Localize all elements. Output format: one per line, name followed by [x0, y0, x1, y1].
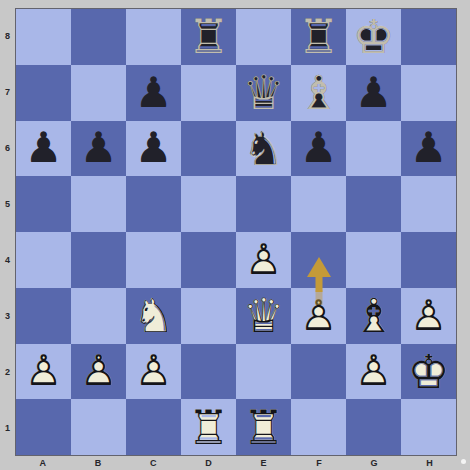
black-pawn-c6[interactable]: ♟: [126, 121, 181, 177]
square-c3[interactable]: ♞♘: [126, 288, 181, 344]
piece-glyph: ♟: [291, 288, 346, 344]
square-f6[interactable]: ♟: [291, 121, 346, 177]
square-e2[interactable]: [236, 344, 291, 400]
square-g5[interactable]: [346, 176, 401, 232]
square-e1[interactable]: ♜♖: [236, 399, 291, 455]
square-e8[interactable]: [236, 9, 291, 65]
piece-glyph: ♟: [71, 344, 126, 400]
rank-label-3: 3: [0, 288, 15, 344]
piece-detail-glyph: ♕: [236, 288, 291, 344]
file-label-g: G: [347, 456, 402, 470]
white-rook-d1[interactable]: ♜♖: [181, 399, 236, 455]
square-c6[interactable]: ♟: [126, 121, 181, 177]
square-g7[interactable]: ♟: [346, 65, 401, 121]
white-pawn-e4[interactable]: ♟♙: [236, 232, 291, 288]
rank-label-2: 2: [0, 344, 15, 400]
square-a1[interactable]: [16, 399, 71, 455]
piece-glyph: ♟: [236, 232, 291, 288]
square-b2[interactable]: ♟♙: [71, 344, 126, 400]
piece-detail-glyph: ♖: [181, 9, 236, 65]
file-label-d: D: [181, 456, 236, 470]
piece-glyph: ♟: [346, 65, 401, 121]
piece-glyph: ♟: [16, 344, 71, 400]
square-d7[interactable]: [181, 65, 236, 121]
square-d4[interactable]: [181, 232, 236, 288]
square-e3[interactable]: ♛♕: [236, 288, 291, 344]
piece-glyph: ♟: [126, 344, 181, 400]
rank-labels: 87654321: [0, 8, 15, 456]
square-g3[interactable]: ♝♗: [346, 288, 401, 344]
square-a4[interactable]: [16, 232, 71, 288]
square-e5[interactable]: [236, 176, 291, 232]
square-f5[interactable]: [291, 176, 346, 232]
black-pawn-a6[interactable]: ♟: [16, 121, 71, 177]
square-c8[interactable]: [126, 9, 181, 65]
white-queen-e3[interactable]: ♛♕: [236, 288, 291, 344]
square-d5[interactable]: [181, 176, 236, 232]
piece-detail-glyph: ♙: [236, 232, 291, 288]
square-a8[interactable]: [16, 9, 71, 65]
square-b3[interactable]: [71, 288, 126, 344]
piece-detail-glyph: ♙: [16, 344, 71, 400]
square-h7[interactable]: [401, 65, 456, 121]
piece-detail-glyph: ♙: [126, 344, 181, 400]
square-e7[interactable]: ♛♕: [236, 65, 291, 121]
piece-glyph: ♞: [236, 121, 291, 177]
square-e6[interactable]: ♞♘: [236, 121, 291, 177]
white-pawn-h3[interactable]: ♟♙: [401, 288, 456, 344]
square-h4[interactable]: [401, 232, 456, 288]
black-bishop-f7[interactable]: ♝♗: [291, 65, 346, 121]
white-pawn-g2[interactable]: ♟♙: [346, 344, 401, 400]
white-pawn-c2[interactable]: ♟♙: [126, 344, 181, 400]
rank-label-7: 7: [0, 64, 15, 120]
black-pawn-h6[interactable]: ♟: [401, 121, 456, 177]
square-f3[interactable]: ♟♙: [291, 288, 346, 344]
piece-detail-glyph: ♖: [291, 9, 346, 65]
square-c7[interactable]: ♟: [126, 65, 181, 121]
square-c1[interactable]: [126, 399, 181, 455]
piece-detail-glyph: ♘: [126, 288, 181, 344]
piece-glyph: ♛: [236, 65, 291, 121]
square-a3[interactable]: [16, 288, 71, 344]
square-a5[interactable]: [16, 176, 71, 232]
square-d3[interactable]: [181, 288, 236, 344]
piece-detail-glyph: ♖: [181, 399, 236, 455]
piece-detail-glyph: ♘: [236, 121, 291, 177]
black-pawn-c7[interactable]: ♟: [126, 65, 181, 121]
square-h8[interactable]: [401, 9, 456, 65]
square-b7[interactable]: [71, 65, 126, 121]
piece-glyph: ♟: [401, 121, 456, 177]
square-g8[interactable]: ♚♔: [346, 9, 401, 65]
black-knight-e6[interactable]: ♞♘: [236, 121, 291, 177]
file-label-a: A: [15, 456, 70, 470]
black-pawn-g7[interactable]: ♟: [346, 65, 401, 121]
square-c2[interactable]: ♟♙: [126, 344, 181, 400]
piece-glyph: ♝: [291, 65, 346, 121]
white-knight-c3[interactable]: ♞♘: [126, 288, 181, 344]
chess-board[interactable]: ♜♖♜♖♚♔♟♛♕♝♗♟♟♟♟♞♘♟♟♟♙♞♘♛♕♟♙♝♗♟♙♟♙♟♙♟♙♟♙♚…: [15, 8, 457, 456]
square-f1[interactable]: [291, 399, 346, 455]
rank-label-5: 5: [0, 176, 15, 232]
piece-detail-glyph: ♙: [346, 344, 401, 400]
corner-dot: [461, 459, 466, 464]
piece-glyph: ♛: [236, 288, 291, 344]
rank-label-8: 8: [0, 8, 15, 64]
piece-detail-glyph: ♔: [346, 9, 401, 65]
rank-label-6: 6: [0, 120, 15, 176]
piece-glyph: ♜: [291, 9, 346, 65]
piece-glyph: ♟: [16, 121, 71, 177]
piece-detail-glyph: ♙: [291, 288, 346, 344]
white-bishop-g3[interactable]: ♝♗: [346, 288, 401, 344]
piece-glyph: ♟: [71, 121, 126, 177]
black-king-g8[interactable]: ♚♔: [346, 9, 401, 65]
piece-glyph: ♜: [181, 399, 236, 455]
square-c4[interactable]: [126, 232, 181, 288]
square-g6[interactable]: [346, 121, 401, 177]
square-f4[interactable]: [291, 232, 346, 288]
square-g4[interactable]: [346, 232, 401, 288]
piece-glyph: ♚: [346, 9, 401, 65]
file-label-e: E: [236, 456, 291, 470]
square-a7[interactable]: [16, 65, 71, 121]
square-h1[interactable]: [401, 399, 456, 455]
rank-label-4: 4: [0, 232, 15, 288]
piece-detail-glyph: ♗: [291, 65, 346, 121]
square-f7[interactable]: ♝♗: [291, 65, 346, 121]
white-pawn-a2[interactable]: ♟♙: [16, 344, 71, 400]
piece-glyph: ♟: [126, 65, 181, 121]
piece-detail-glyph: ♖: [236, 399, 291, 455]
square-e4[interactable]: ♟♙: [236, 232, 291, 288]
square-a6[interactable]: ♟: [16, 121, 71, 177]
piece-glyph: ♟: [126, 121, 181, 177]
square-b4[interactable]: [71, 232, 126, 288]
black-rook-d8[interactable]: ♜♖: [181, 9, 236, 65]
white-pawn-b2[interactable]: ♟♙: [71, 344, 126, 400]
piece-detail-glyph: ♔: [401, 344, 456, 400]
white-pawn-f3[interactable]: ♟♙: [291, 288, 346, 344]
square-f2[interactable]: [291, 344, 346, 400]
square-h6[interactable]: ♟: [401, 121, 456, 177]
square-g1[interactable]: [346, 399, 401, 455]
square-h3[interactable]: ♟♙: [401, 288, 456, 344]
black-pawn-f6[interactable]: ♟: [291, 121, 346, 177]
black-queen-e7[interactable]: ♛♕: [236, 65, 291, 121]
file-labels: ABCDEFGH: [15, 456, 457, 470]
square-f8[interactable]: ♜♖: [291, 9, 346, 65]
black-rook-f8[interactable]: ♜♖: [291, 9, 346, 65]
file-label-b: B: [70, 456, 125, 470]
piece-glyph: ♟: [401, 288, 456, 344]
file-label-c: C: [126, 456, 181, 470]
piece-glyph: ♜: [181, 9, 236, 65]
square-d1[interactable]: ♜♖: [181, 399, 236, 455]
piece-detail-glyph: ♙: [401, 288, 456, 344]
square-b6[interactable]: ♟: [71, 121, 126, 177]
file-label-f: F: [291, 456, 346, 470]
square-a2[interactable]: ♟♙: [16, 344, 71, 400]
piece-glyph: ♟: [291, 121, 346, 177]
piece-glyph: ♜: [236, 399, 291, 455]
square-b8[interactable]: [71, 9, 126, 65]
square-b1[interactable]: [71, 399, 126, 455]
square-c5[interactable]: [126, 176, 181, 232]
piece-detail-glyph: ♙: [71, 344, 126, 400]
piece-glyph: ♚: [401, 344, 456, 400]
square-h2[interactable]: ♚♔: [401, 344, 456, 400]
black-pawn-b6[interactable]: ♟: [71, 121, 126, 177]
piece-glyph: ♝: [346, 288, 401, 344]
white-rook-e1[interactable]: ♜♖: [236, 399, 291, 455]
piece-glyph: ♞: [126, 288, 181, 344]
rank-label-1: 1: [0, 400, 15, 456]
square-h5[interactable]: [401, 176, 456, 232]
square-d6[interactable]: [181, 121, 236, 177]
square-d8[interactable]: ♜♖: [181, 9, 236, 65]
square-b5[interactable]: [71, 176, 126, 232]
square-d2[interactable]: [181, 344, 236, 400]
piece-detail-glyph: ♕: [236, 65, 291, 121]
piece-detail-glyph: ♗: [346, 288, 401, 344]
file-label-h: H: [402, 456, 457, 470]
piece-glyph: ♟: [346, 344, 401, 400]
square-g2[interactable]: ♟♙: [346, 344, 401, 400]
white-king-h2[interactable]: ♚♔: [401, 344, 456, 400]
